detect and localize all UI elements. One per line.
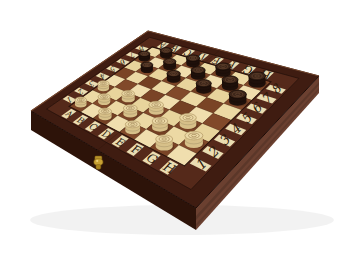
piece-dark-h6[interactable] <box>229 90 248 106</box>
piece-dark-b8[interactable] <box>160 48 173 59</box>
checkers-board: AABBCCDDEEFFGGHH1122334455667788 <box>0 0 360 270</box>
piece-dark-d8[interactable] <box>186 55 201 68</box>
piece-light-d2[interactable] <box>123 105 138 118</box>
piece-dark-h8[interactable] <box>249 72 268 88</box>
piece-dark-c7[interactable] <box>163 59 177 71</box>
piece-dark-a7[interactable] <box>139 51 152 62</box>
piece-dark-f8[interactable] <box>216 63 233 77</box>
piece-light-c1[interactable] <box>99 108 113 120</box>
product-photo: AABBCCDDEEFFGGHH1122334455667788 <box>0 0 360 270</box>
piece-light-h2[interactable] <box>185 131 205 148</box>
piece-dark-f6[interactable] <box>196 80 213 94</box>
piece-dark-d6[interactable] <box>167 70 182 83</box>
piece-dark-g7[interactable] <box>222 76 240 91</box>
piece-light-g3[interactable] <box>180 114 198 130</box>
piece-light-f2[interactable] <box>152 117 169 132</box>
piece-light-c3[interactable] <box>122 90 136 102</box>
piece-dark-e7[interactable] <box>191 67 207 80</box>
piece-light-a3[interactable] <box>98 81 111 92</box>
piece-light-g1[interactable] <box>156 135 175 151</box>
piece-light-b2[interactable] <box>98 94 111 106</box>
piece-light-e1[interactable] <box>125 121 141 135</box>
piece-dark-b6[interactable] <box>141 62 154 73</box>
piece-light-a1[interactable] <box>75 97 88 108</box>
piece-light-e3[interactable] <box>149 101 165 115</box>
